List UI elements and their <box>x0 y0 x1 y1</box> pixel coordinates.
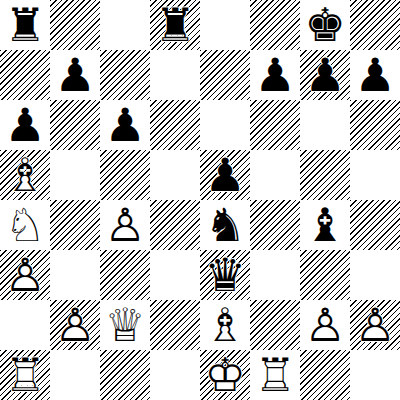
square-e5[interactable]: ♟♟ <box>200 150 250 200</box>
white-queen-c2[interactable]: ♛♕ <box>100 300 150 350</box>
square-a4[interactable]: ♞♘ <box>0 200 50 250</box>
black-pawn-glyph: ♟ <box>50 50 100 100</box>
white-bishop-glyph: ♗ <box>0 150 50 200</box>
black-rook-glyph: ♜ <box>150 0 200 50</box>
square-f7[interactable]: ♟♟ <box>250 50 300 100</box>
square-g6[interactable] <box>300 100 350 150</box>
square-f4[interactable] <box>250 200 300 250</box>
square-h8[interactable] <box>350 0 400 50</box>
white-pawn-c4[interactable]: ♟♙ <box>100 200 150 250</box>
square-d5[interactable] <box>150 150 200 200</box>
square-c4[interactable]: ♟♙ <box>100 200 150 250</box>
white-queen-glyph: ♕ <box>100 300 150 350</box>
square-b6[interactable] <box>50 100 100 150</box>
square-e6[interactable] <box>200 100 250 150</box>
white-king-e1[interactable]: ♚♔ <box>200 350 250 400</box>
square-g5[interactable] <box>300 150 350 200</box>
square-a5[interactable]: ♝♗ <box>0 150 50 200</box>
white-pawn-glyph: ♙ <box>0 250 50 300</box>
square-e7[interactable] <box>200 50 250 100</box>
white-king-glyph: ♔ <box>200 350 250 400</box>
black-bishop-glyph: ♝ <box>300 200 350 250</box>
square-e1[interactable]: ♚♔ <box>200 350 250 400</box>
square-c8[interactable] <box>100 0 150 50</box>
square-a1[interactable]: ♜♖ <box>0 350 50 400</box>
chess-diagram: ♜♜♜♜♚♚♟♟♟♟♟♟♟♟♟♟♟♟♝♗♟♟♞♘♟♙♞♞♝♝♟♙♛♛♟♙♛♕♝♗… <box>0 0 400 400</box>
black-pawn-c6[interactable]: ♟♟ <box>100 100 150 150</box>
square-c3[interactable] <box>100 250 150 300</box>
square-a3[interactable]: ♟♙ <box>0 250 50 300</box>
square-h2[interactable]: ♟♙ <box>350 300 400 350</box>
square-g3[interactable] <box>300 250 350 300</box>
black-pawn-b7[interactable]: ♟♟ <box>50 50 100 100</box>
square-d8[interactable]: ♜♜ <box>150 0 200 50</box>
white-rook-a1[interactable]: ♜♖ <box>0 350 50 400</box>
square-d3[interactable] <box>150 250 200 300</box>
square-h7[interactable]: ♟♟ <box>350 50 400 100</box>
white-knight-glyph: ♘ <box>0 200 50 250</box>
square-g8[interactable]: ♚♚ <box>300 0 350 50</box>
black-pawn-f7[interactable]: ♟♟ <box>250 50 300 100</box>
white-bishop-e2[interactable]: ♝♗ <box>200 300 250 350</box>
square-d1[interactable] <box>150 350 200 400</box>
black-rook-glyph: ♜ <box>0 0 50 50</box>
white-pawn-glyph: ♙ <box>350 300 400 350</box>
square-f6[interactable] <box>250 100 300 150</box>
square-c2[interactable]: ♛♕ <box>100 300 150 350</box>
black-pawn-h7[interactable]: ♟♟ <box>350 50 400 100</box>
square-e3[interactable]: ♛♛ <box>200 250 250 300</box>
square-a7[interactable] <box>0 50 50 100</box>
square-h1[interactable] <box>350 350 400 400</box>
square-h6[interactable] <box>350 100 400 150</box>
square-f3[interactable] <box>250 250 300 300</box>
square-b7[interactable]: ♟♟ <box>50 50 100 100</box>
black-king-g8[interactable]: ♚♚ <box>300 0 350 50</box>
square-c1[interactable] <box>100 350 150 400</box>
square-f5[interactable] <box>250 150 300 200</box>
black-pawn-glyph: ♟ <box>250 50 300 100</box>
white-bishop-a5[interactable]: ♝♗ <box>0 150 50 200</box>
square-b8[interactable] <box>50 0 100 50</box>
square-f2[interactable] <box>250 300 300 350</box>
square-e8[interactable] <box>200 0 250 50</box>
square-d6[interactable] <box>150 100 200 150</box>
black-knight-e4[interactable]: ♞♞ <box>200 200 250 250</box>
black-queen-glyph: ♛ <box>200 250 250 300</box>
black-pawn-glyph: ♟ <box>0 100 50 150</box>
white-pawn-b2[interactable]: ♟♙ <box>50 300 100 350</box>
black-rook-a8[interactable]: ♜♜ <box>0 0 50 50</box>
white-rook-glyph: ♖ <box>250 350 300 400</box>
black-pawn-glyph: ♟ <box>100 100 150 150</box>
square-b2[interactable]: ♟♙ <box>50 300 100 350</box>
square-a2[interactable] <box>0 300 50 350</box>
square-c5[interactable] <box>100 150 150 200</box>
black-rook-d8[interactable]: ♜♜ <box>150 0 200 50</box>
white-pawn-g2[interactable]: ♟♙ <box>300 300 350 350</box>
black-knight-glyph: ♞ <box>200 200 250 250</box>
square-b5[interactable] <box>50 150 100 200</box>
chess-board: ♜♜♜♜♚♚♟♟♟♟♟♟♟♟♟♟♟♟♝♗♟♟♞♘♟♙♞♞♝♝♟♙♛♛♟♙♛♕♝♗… <box>0 0 400 400</box>
white-knight-a4[interactable]: ♞♘ <box>0 200 50 250</box>
white-pawn-glyph: ♙ <box>100 200 150 250</box>
black-bishop-g4[interactable]: ♝♝ <box>300 200 350 250</box>
square-b4[interactable] <box>50 200 100 250</box>
square-f8[interactable] <box>250 0 300 50</box>
square-h3[interactable] <box>350 250 400 300</box>
square-h5[interactable] <box>350 150 400 200</box>
white-pawn-a3[interactable]: ♟♙ <box>0 250 50 300</box>
square-g4[interactable]: ♝♝ <box>300 200 350 250</box>
black-king-glyph: ♚ <box>300 0 350 50</box>
square-c7[interactable] <box>100 50 150 100</box>
white-pawn-glyph: ♙ <box>50 300 100 350</box>
white-rook-f1[interactable]: ♜♖ <box>250 350 300 400</box>
white-pawn-glyph: ♙ <box>300 300 350 350</box>
square-g2[interactable]: ♟♙ <box>300 300 350 350</box>
white-rook-glyph: ♖ <box>0 350 50 400</box>
square-c6[interactable]: ♟♟ <box>100 100 150 150</box>
square-d7[interactable] <box>150 50 200 100</box>
square-h4[interactable] <box>350 200 400 250</box>
square-a8[interactable]: ♜♜ <box>0 0 50 50</box>
square-g7[interactable]: ♟♟ <box>300 50 350 100</box>
black-pawn-glyph: ♟ <box>200 150 250 200</box>
black-pawn-glyph: ♟ <box>350 50 400 100</box>
square-g1[interactable] <box>300 350 350 400</box>
white-bishop-glyph: ♗ <box>200 300 250 350</box>
square-d2[interactable] <box>150 300 200 350</box>
white-pawn-h2[interactable]: ♟♙ <box>350 300 400 350</box>
square-b3[interactable] <box>50 250 100 300</box>
square-e4[interactable]: ♞♞ <box>200 200 250 250</box>
square-e2[interactable]: ♝♗ <box>200 300 250 350</box>
black-pawn-g7[interactable]: ♟♟ <box>300 50 350 100</box>
square-a6[interactable]: ♟♟ <box>0 100 50 150</box>
square-d4[interactable] <box>150 200 200 250</box>
black-pawn-a6[interactable]: ♟♟ <box>0 100 50 150</box>
black-pawn-glyph: ♟ <box>300 50 350 100</box>
square-f1[interactable]: ♜♖ <box>250 350 300 400</box>
black-pawn-e5[interactable]: ♟♟ <box>200 150 250 200</box>
black-queen-e3[interactable]: ♛♛ <box>200 250 250 300</box>
square-b1[interactable] <box>50 350 100 400</box>
